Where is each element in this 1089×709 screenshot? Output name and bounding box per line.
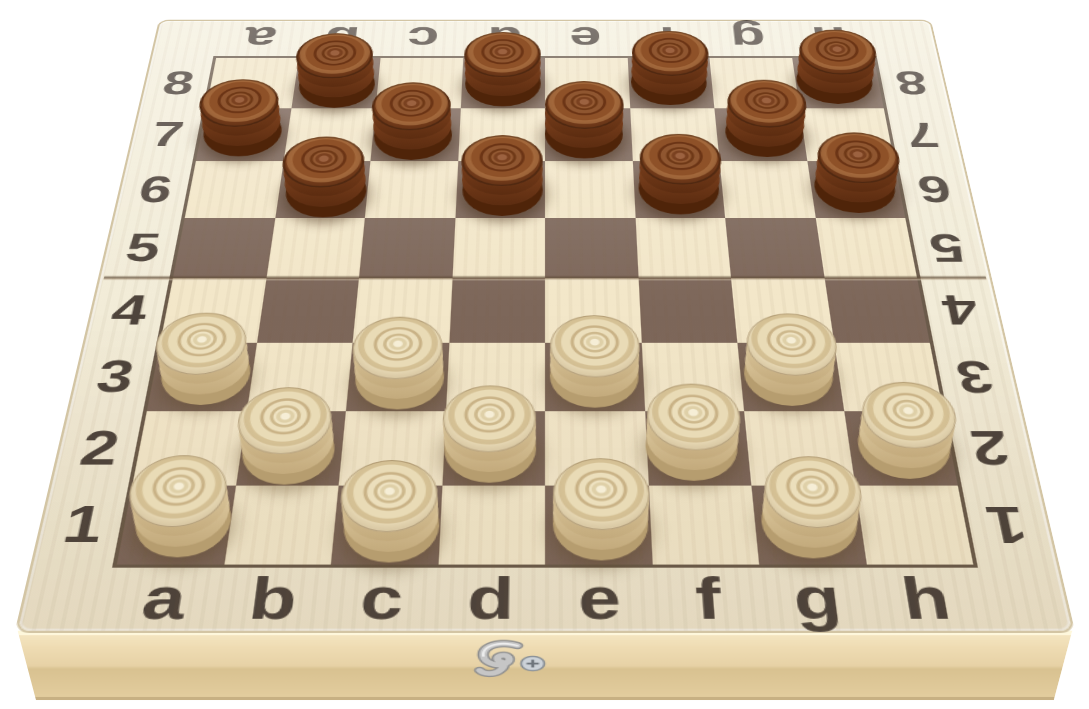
checker-light-c1[interactable] xyxy=(340,491,440,563)
square-f6[interactable] xyxy=(632,161,725,218)
piece-top-face xyxy=(441,385,536,452)
square-b8[interactable] xyxy=(291,58,381,108)
square-d8[interactable] xyxy=(460,58,545,108)
checker-light-e3[interactable] xyxy=(550,345,640,407)
box-front-edge xyxy=(18,631,1073,700)
square-c5[interactable] xyxy=(359,218,455,278)
square-e8[interactable] xyxy=(545,58,630,108)
checker-light-f2[interactable] xyxy=(644,414,741,481)
square-a6[interactable] xyxy=(185,161,283,218)
square-a7[interactable] xyxy=(196,108,291,161)
square-g6[interactable] xyxy=(720,161,816,218)
square-f5[interactable] xyxy=(635,218,731,278)
square-h8[interactable] xyxy=(792,58,884,108)
square-a8[interactable] xyxy=(206,58,298,108)
checker-light-g3[interactable] xyxy=(741,344,837,406)
square-h5[interactable] xyxy=(815,218,917,278)
checkers-board: 8877665544332211aabbccddeeffgghh xyxy=(18,21,1073,631)
checker-light-h2[interactable] xyxy=(853,412,956,479)
square-g5[interactable] xyxy=(725,218,824,278)
square-e7[interactable] xyxy=(545,108,632,161)
piece-top-face xyxy=(550,315,641,377)
square-f8[interactable] xyxy=(627,58,714,108)
board-scene: 8877665544332211aabbccddeeffgghh xyxy=(100,0,989,709)
square-e6[interactable] xyxy=(545,161,635,218)
checker-light-b2[interactable] xyxy=(238,417,338,484)
square-d6[interactable] xyxy=(455,161,545,218)
checker-light-g1[interactable] xyxy=(758,487,862,559)
checker-light-c3[interactable] xyxy=(352,347,445,409)
checker-light-e1[interactable] xyxy=(552,489,649,561)
square-b5[interactable] xyxy=(266,218,365,278)
square-c6[interactable] xyxy=(365,161,458,218)
square-h6[interactable] xyxy=(807,161,905,218)
square-b6[interactable] xyxy=(275,161,371,218)
clasp-hook-icon xyxy=(459,640,561,686)
checker-light-d2[interactable] xyxy=(443,415,537,482)
square-c8[interactable] xyxy=(376,58,463,108)
square-h7[interactable] xyxy=(799,108,894,161)
square-e5[interactable] xyxy=(545,218,638,278)
square-a5[interactable] xyxy=(173,218,275,278)
square-d5[interactable] xyxy=(452,218,545,278)
square-b7[interactable] xyxy=(283,108,376,161)
square-c7[interactable] xyxy=(370,108,460,161)
square-f7[interactable] xyxy=(630,108,720,161)
checker-light-a1[interactable] xyxy=(128,486,235,558)
square-d7[interactable] xyxy=(458,108,545,161)
square-g7[interactable] xyxy=(714,108,807,161)
square-g8[interactable] xyxy=(709,58,799,108)
checker-light-a3[interactable] xyxy=(155,343,254,405)
photo-stage: 8877665544332211aabbccddeeffgghh xyxy=(0,0,1089,709)
